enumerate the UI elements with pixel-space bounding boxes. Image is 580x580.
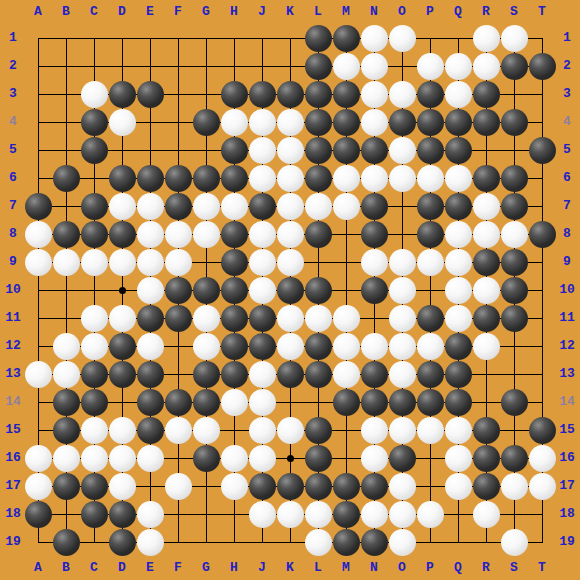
- intersection-L3[interactable]: [304, 80, 332, 108]
- intersection-N17[interactable]: [360, 472, 388, 500]
- intersection-J2[interactable]: [248, 52, 276, 80]
- intersection-P3[interactable]: [416, 80, 444, 108]
- intersection-B18[interactable]: [52, 500, 80, 528]
- intersection-D6[interactable]: [108, 164, 136, 192]
- intersection-R6[interactable]: [472, 164, 500, 192]
- intersection-P18[interactable]: [416, 500, 444, 528]
- intersection-F4[interactable]: [164, 108, 192, 136]
- intersection-R13[interactable]: [472, 360, 500, 388]
- intersection-P14[interactable]: [416, 388, 444, 416]
- intersection-M12[interactable]: [332, 332, 360, 360]
- intersection-H10[interactable]: [220, 276, 248, 304]
- intersection-P6[interactable]: [416, 164, 444, 192]
- intersection-S9[interactable]: [500, 248, 528, 276]
- intersection-F3[interactable]: [164, 80, 192, 108]
- intersection-H19[interactable]: [220, 528, 248, 556]
- intersection-N1[interactable]: [360, 24, 388, 52]
- intersection-P19[interactable]: [416, 528, 444, 556]
- intersection-Q5[interactable]: [444, 136, 472, 164]
- intersection-E2[interactable]: [136, 52, 164, 80]
- intersection-R5[interactable]: [472, 136, 500, 164]
- intersection-M5[interactable]: [332, 136, 360, 164]
- intersection-L19[interactable]: [304, 528, 332, 556]
- intersection-G1[interactable]: [192, 24, 220, 52]
- intersection-R19[interactable]: [472, 528, 500, 556]
- intersection-M9[interactable]: [332, 248, 360, 276]
- intersection-T9[interactable]: [528, 248, 556, 276]
- intersection-R3[interactable]: [472, 80, 500, 108]
- intersection-F7[interactable]: [164, 192, 192, 220]
- intersection-A18[interactable]: [24, 500, 52, 528]
- intersection-B9[interactable]: [52, 248, 80, 276]
- intersection-C16[interactable]: [80, 444, 108, 472]
- intersection-O15[interactable]: [388, 416, 416, 444]
- intersection-C4[interactable]: [80, 108, 108, 136]
- intersection-C19[interactable]: [80, 528, 108, 556]
- intersection-H15[interactable]: [220, 416, 248, 444]
- intersection-P4[interactable]: [416, 108, 444, 136]
- intersection-J10[interactable]: [248, 276, 276, 304]
- intersection-B6[interactable]: [52, 164, 80, 192]
- intersection-A16[interactable]: [24, 444, 52, 472]
- intersection-A12[interactable]: [24, 332, 52, 360]
- intersection-M3[interactable]: [332, 80, 360, 108]
- intersection-D14[interactable]: [108, 388, 136, 416]
- intersection-P15[interactable]: [416, 416, 444, 444]
- intersection-E13[interactable]: [136, 360, 164, 388]
- intersection-E19[interactable]: [136, 528, 164, 556]
- intersection-B5[interactable]: [52, 136, 80, 164]
- intersection-S5[interactable]: [500, 136, 528, 164]
- intersection-D16[interactable]: [108, 444, 136, 472]
- intersection-C7[interactable]: [80, 192, 108, 220]
- intersection-S3[interactable]: [500, 80, 528, 108]
- intersection-F15[interactable]: [164, 416, 192, 444]
- intersection-F6[interactable]: [164, 164, 192, 192]
- intersection-N10[interactable]: [360, 276, 388, 304]
- intersection-M19[interactable]: [332, 528, 360, 556]
- intersection-F8[interactable]: [164, 220, 192, 248]
- intersection-A10[interactable]: [24, 276, 52, 304]
- intersection-J15[interactable]: [248, 416, 276, 444]
- intersection-Q15[interactable]: [444, 416, 472, 444]
- intersection-L12[interactable]: [304, 332, 332, 360]
- intersection-K18[interactable]: [276, 500, 304, 528]
- intersection-Q11[interactable]: [444, 304, 472, 332]
- intersection-R17[interactable]: [472, 472, 500, 500]
- intersection-L2[interactable]: [304, 52, 332, 80]
- intersection-S6[interactable]: [500, 164, 528, 192]
- intersection-S12[interactable]: [500, 332, 528, 360]
- intersection-P2[interactable]: [416, 52, 444, 80]
- intersection-S16[interactable]: [500, 444, 528, 472]
- intersection-F12[interactable]: [164, 332, 192, 360]
- intersection-N13[interactable]: [360, 360, 388, 388]
- intersection-G17[interactable]: [192, 472, 220, 500]
- intersection-C13[interactable]: [80, 360, 108, 388]
- intersection-M7[interactable]: [332, 192, 360, 220]
- intersection-M18[interactable]: [332, 500, 360, 528]
- intersection-C17[interactable]: [80, 472, 108, 500]
- intersection-D7[interactable]: [108, 192, 136, 220]
- intersection-K19[interactable]: [276, 528, 304, 556]
- intersection-T7[interactable]: [528, 192, 556, 220]
- intersection-F17[interactable]: [164, 472, 192, 500]
- intersection-T6[interactable]: [528, 164, 556, 192]
- intersection-N7[interactable]: [360, 192, 388, 220]
- intersection-M2[interactable]: [332, 52, 360, 80]
- intersection-T1[interactable]: [528, 24, 556, 52]
- intersection-E4[interactable]: [136, 108, 164, 136]
- intersection-J12[interactable]: [248, 332, 276, 360]
- intersection-Q17[interactable]: [444, 472, 472, 500]
- intersection-Q13[interactable]: [444, 360, 472, 388]
- intersection-C18[interactable]: [80, 500, 108, 528]
- intersection-S14[interactable]: [500, 388, 528, 416]
- intersection-Q9[interactable]: [444, 248, 472, 276]
- intersection-D2[interactable]: [108, 52, 136, 80]
- intersection-J13[interactable]: [248, 360, 276, 388]
- intersection-D11[interactable]: [108, 304, 136, 332]
- intersection-S8[interactable]: [500, 220, 528, 248]
- intersection-G6[interactable]: [192, 164, 220, 192]
- intersection-H13[interactable]: [220, 360, 248, 388]
- intersection-J7[interactable]: [248, 192, 276, 220]
- intersection-B1[interactable]: [52, 24, 80, 52]
- intersection-H9[interactable]: [220, 248, 248, 276]
- intersection-H7[interactable]: [220, 192, 248, 220]
- intersection-O16[interactable]: [388, 444, 416, 472]
- intersection-R2[interactable]: [472, 52, 500, 80]
- intersection-K5[interactable]: [276, 136, 304, 164]
- intersection-Q19[interactable]: [444, 528, 472, 556]
- intersection-S19[interactable]: [500, 528, 528, 556]
- intersection-H14[interactable]: [220, 388, 248, 416]
- intersection-N18[interactable]: [360, 500, 388, 528]
- intersection-L6[interactable]: [304, 164, 332, 192]
- intersection-B17[interactable]: [52, 472, 80, 500]
- intersection-M6[interactable]: [332, 164, 360, 192]
- intersection-O14[interactable]: [388, 388, 416, 416]
- intersection-F11[interactable]: [164, 304, 192, 332]
- intersection-G2[interactable]: [192, 52, 220, 80]
- intersection-O11[interactable]: [388, 304, 416, 332]
- intersection-C6[interactable]: [80, 164, 108, 192]
- intersection-N5[interactable]: [360, 136, 388, 164]
- intersection-R9[interactable]: [472, 248, 500, 276]
- intersection-D1[interactable]: [108, 24, 136, 52]
- intersection-H3[interactable]: [220, 80, 248, 108]
- intersection-J9[interactable]: [248, 248, 276, 276]
- intersection-A6[interactable]: [24, 164, 52, 192]
- intersection-T12[interactable]: [528, 332, 556, 360]
- intersection-T8[interactable]: [528, 220, 556, 248]
- intersection-O17[interactable]: [388, 472, 416, 500]
- intersection-L17[interactable]: [304, 472, 332, 500]
- intersection-K6[interactable]: [276, 164, 304, 192]
- intersection-T10[interactable]: [528, 276, 556, 304]
- intersection-N11[interactable]: [360, 304, 388, 332]
- intersection-Q8[interactable]: [444, 220, 472, 248]
- intersection-T18[interactable]: [528, 500, 556, 528]
- intersection-R11[interactable]: [472, 304, 500, 332]
- intersection-Q14[interactable]: [444, 388, 472, 416]
- intersection-R16[interactable]: [472, 444, 500, 472]
- intersection-H17[interactable]: [220, 472, 248, 500]
- intersection-A14[interactable]: [24, 388, 52, 416]
- intersection-L10[interactable]: [304, 276, 332, 304]
- intersection-J19[interactable]: [248, 528, 276, 556]
- intersection-O19[interactable]: [388, 528, 416, 556]
- intersection-G15[interactable]: [192, 416, 220, 444]
- intersection-D10[interactable]: [108, 276, 136, 304]
- intersection-B12[interactable]: [52, 332, 80, 360]
- intersection-T11[interactable]: [528, 304, 556, 332]
- intersection-T19[interactable]: [528, 528, 556, 556]
- intersection-J17[interactable]: [248, 472, 276, 500]
- intersection-H12[interactable]: [220, 332, 248, 360]
- intersection-C15[interactable]: [80, 416, 108, 444]
- intersection-G12[interactable]: [192, 332, 220, 360]
- intersection-D17[interactable]: [108, 472, 136, 500]
- intersection-C11[interactable]: [80, 304, 108, 332]
- intersection-Q2[interactable]: [444, 52, 472, 80]
- intersection-B3[interactable]: [52, 80, 80, 108]
- intersection-R18[interactable]: [472, 500, 500, 528]
- intersection-R14[interactable]: [472, 388, 500, 416]
- intersection-D19[interactable]: [108, 528, 136, 556]
- intersection-Q4[interactable]: [444, 108, 472, 136]
- intersection-T14[interactable]: [528, 388, 556, 416]
- intersection-A2[interactable]: [24, 52, 52, 80]
- intersection-J14[interactable]: [248, 388, 276, 416]
- intersection-K14[interactable]: [276, 388, 304, 416]
- intersection-M15[interactable]: [332, 416, 360, 444]
- intersection-M8[interactable]: [332, 220, 360, 248]
- intersection-D12[interactable]: [108, 332, 136, 360]
- intersection-F1[interactable]: [164, 24, 192, 52]
- intersection-C9[interactable]: [80, 248, 108, 276]
- intersection-C5[interactable]: [80, 136, 108, 164]
- intersection-T15[interactable]: [528, 416, 556, 444]
- intersection-R12[interactable]: [472, 332, 500, 360]
- intersection-T17[interactable]: [528, 472, 556, 500]
- intersection-S15[interactable]: [500, 416, 528, 444]
- intersection-L18[interactable]: [304, 500, 332, 528]
- intersection-Q6[interactable]: [444, 164, 472, 192]
- intersection-G5[interactable]: [192, 136, 220, 164]
- intersection-A8[interactable]: [24, 220, 52, 248]
- intersection-K15[interactable]: [276, 416, 304, 444]
- intersection-C10[interactable]: [80, 276, 108, 304]
- intersection-E14[interactable]: [136, 388, 164, 416]
- intersection-S7[interactable]: [500, 192, 528, 220]
- intersection-E16[interactable]: [136, 444, 164, 472]
- intersection-B10[interactable]: [52, 276, 80, 304]
- intersection-O2[interactable]: [388, 52, 416, 80]
- intersection-H11[interactable]: [220, 304, 248, 332]
- intersection-D9[interactable]: [108, 248, 136, 276]
- intersection-G9[interactable]: [192, 248, 220, 276]
- intersection-L14[interactable]: [304, 388, 332, 416]
- intersection-D3[interactable]: [108, 80, 136, 108]
- intersection-B2[interactable]: [52, 52, 80, 80]
- intersection-N14[interactable]: [360, 388, 388, 416]
- intersection-S18[interactable]: [500, 500, 528, 528]
- intersection-P9[interactable]: [416, 248, 444, 276]
- intersection-H4[interactable]: [220, 108, 248, 136]
- intersection-A13[interactable]: [24, 360, 52, 388]
- intersection-A11[interactable]: [24, 304, 52, 332]
- intersection-N2[interactable]: [360, 52, 388, 80]
- intersection-P11[interactable]: [416, 304, 444, 332]
- intersection-P16[interactable]: [416, 444, 444, 472]
- intersection-N12[interactable]: [360, 332, 388, 360]
- intersection-D13[interactable]: [108, 360, 136, 388]
- intersection-J1[interactable]: [248, 24, 276, 52]
- intersection-M10[interactable]: [332, 276, 360, 304]
- intersection-B15[interactable]: [52, 416, 80, 444]
- intersection-H5[interactable]: [220, 136, 248, 164]
- intersection-O4[interactable]: [388, 108, 416, 136]
- intersection-H1[interactable]: [220, 24, 248, 52]
- intersection-J8[interactable]: [248, 220, 276, 248]
- intersection-S11[interactable]: [500, 304, 528, 332]
- intersection-B13[interactable]: [52, 360, 80, 388]
- intersection-T2[interactable]: [528, 52, 556, 80]
- intersection-H16[interactable]: [220, 444, 248, 472]
- intersection-T3[interactable]: [528, 80, 556, 108]
- intersection-Q16[interactable]: [444, 444, 472, 472]
- intersection-H2[interactable]: [220, 52, 248, 80]
- intersection-O8[interactable]: [388, 220, 416, 248]
- intersection-B19[interactable]: [52, 528, 80, 556]
- intersection-F5[interactable]: [164, 136, 192, 164]
- intersection-L13[interactable]: [304, 360, 332, 388]
- intersection-D15[interactable]: [108, 416, 136, 444]
- intersection-N19[interactable]: [360, 528, 388, 556]
- intersection-J18[interactable]: [248, 500, 276, 528]
- intersection-A5[interactable]: [24, 136, 52, 164]
- intersection-D18[interactable]: [108, 500, 136, 528]
- intersection-O3[interactable]: [388, 80, 416, 108]
- intersection-L16[interactable]: [304, 444, 332, 472]
- intersection-E7[interactable]: [136, 192, 164, 220]
- intersection-K11[interactable]: [276, 304, 304, 332]
- intersection-K16[interactable]: [276, 444, 304, 472]
- intersection-K13[interactable]: [276, 360, 304, 388]
- intersection-K17[interactable]: [276, 472, 304, 500]
- intersection-D5[interactable]: [108, 136, 136, 164]
- intersection-E5[interactable]: [136, 136, 164, 164]
- intersection-H6[interactable]: [220, 164, 248, 192]
- intersection-G18[interactable]: [192, 500, 220, 528]
- intersection-T16[interactable]: [528, 444, 556, 472]
- intersection-R15[interactable]: [472, 416, 500, 444]
- intersection-A17[interactable]: [24, 472, 52, 500]
- intersection-G10[interactable]: [192, 276, 220, 304]
- intersection-M1[interactable]: [332, 24, 360, 52]
- intersection-G3[interactable]: [192, 80, 220, 108]
- intersection-K12[interactable]: [276, 332, 304, 360]
- intersection-M11[interactable]: [332, 304, 360, 332]
- intersection-Q18[interactable]: [444, 500, 472, 528]
- intersection-R8[interactable]: [472, 220, 500, 248]
- intersection-L9[interactable]: [304, 248, 332, 276]
- intersection-K8[interactable]: [276, 220, 304, 248]
- intersection-A15[interactable]: [24, 416, 52, 444]
- intersection-L15[interactable]: [304, 416, 332, 444]
- intersection-S1[interactable]: [500, 24, 528, 52]
- intersection-Q10[interactable]: [444, 276, 472, 304]
- intersection-A19[interactable]: [24, 528, 52, 556]
- intersection-E18[interactable]: [136, 500, 164, 528]
- intersection-P5[interactable]: [416, 136, 444, 164]
- intersection-N9[interactable]: [360, 248, 388, 276]
- intersection-E12[interactable]: [136, 332, 164, 360]
- intersection-E17[interactable]: [136, 472, 164, 500]
- intersection-Q1[interactable]: [444, 24, 472, 52]
- intersection-M16[interactable]: [332, 444, 360, 472]
- intersection-K1[interactable]: [276, 24, 304, 52]
- intersection-D8[interactable]: [108, 220, 136, 248]
- intersection-S13[interactable]: [500, 360, 528, 388]
- intersection-M4[interactable]: [332, 108, 360, 136]
- intersection-O13[interactable]: [388, 360, 416, 388]
- intersection-L7[interactable]: [304, 192, 332, 220]
- intersection-A9[interactable]: [24, 248, 52, 276]
- intersection-E1[interactable]: [136, 24, 164, 52]
- intersection-L5[interactable]: [304, 136, 332, 164]
- intersection-H18[interactable]: [220, 500, 248, 528]
- intersection-P8[interactable]: [416, 220, 444, 248]
- intersection-B8[interactable]: [52, 220, 80, 248]
- intersection-O18[interactable]: [388, 500, 416, 528]
- intersection-G8[interactable]: [192, 220, 220, 248]
- intersection-Q3[interactable]: [444, 80, 472, 108]
- intersection-K3[interactable]: [276, 80, 304, 108]
- intersection-K4[interactable]: [276, 108, 304, 136]
- intersection-B14[interactable]: [52, 388, 80, 416]
- intersection-E9[interactable]: [136, 248, 164, 276]
- intersection-S4[interactable]: [500, 108, 528, 136]
- intersection-F10[interactable]: [164, 276, 192, 304]
- intersection-O1[interactable]: [388, 24, 416, 52]
- intersection-E6[interactable]: [136, 164, 164, 192]
- intersection-A3[interactable]: [24, 80, 52, 108]
- intersection-K2[interactable]: [276, 52, 304, 80]
- intersection-S17[interactable]: [500, 472, 528, 500]
- intersection-O9[interactable]: [388, 248, 416, 276]
- intersection-N8[interactable]: [360, 220, 388, 248]
- intersection-Q7[interactable]: [444, 192, 472, 220]
- intersection-Q12[interactable]: [444, 332, 472, 360]
- intersection-C3[interactable]: [80, 80, 108, 108]
- intersection-B16[interactable]: [52, 444, 80, 472]
- intersection-T4[interactable]: [528, 108, 556, 136]
- intersection-N16[interactable]: [360, 444, 388, 472]
- intersection-B7[interactable]: [52, 192, 80, 220]
- intersection-B11[interactable]: [52, 304, 80, 332]
- intersection-C12[interactable]: [80, 332, 108, 360]
- intersection-K10[interactable]: [276, 276, 304, 304]
- intersection-C2[interactable]: [80, 52, 108, 80]
- intersection-F16[interactable]: [164, 444, 192, 472]
- intersection-E15[interactable]: [136, 416, 164, 444]
- intersection-J16[interactable]: [248, 444, 276, 472]
- intersection-M14[interactable]: [332, 388, 360, 416]
- intersection-G7[interactable]: [192, 192, 220, 220]
